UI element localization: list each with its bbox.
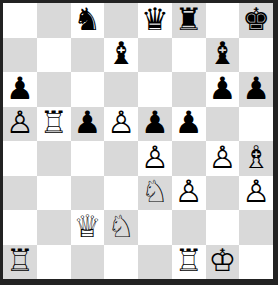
square-a2[interactable] [3,210,37,245]
square-g2[interactable] [206,210,240,245]
black-pawn-piece: ♟ [175,107,203,138]
square-b4[interactable] [37,141,71,176]
square-a3[interactable] [3,176,37,211]
square-c7[interactable] [71,38,105,73]
square-h2[interactable] [239,210,273,245]
square-a1[interactable]: ♖ [3,245,37,280]
square-d7[interactable]: ♝ [104,38,138,73]
square-h3[interactable]: ♙ [239,176,273,211]
white-queen-piece: ♕ [73,211,101,242]
square-b2[interactable] [37,210,71,245]
white-pawn-piece: ♙ [175,176,203,207]
square-f3[interactable]: ♙ [172,176,206,211]
square-b3[interactable] [37,176,71,211]
square-g5[interactable] [206,107,240,142]
square-c2[interactable]: ♕ [71,210,105,245]
square-c8[interactable]: ♞ [71,3,105,38]
square-d4[interactable] [104,141,138,176]
black-pawn-piece: ♟ [6,73,34,104]
square-c6[interactable] [71,72,105,107]
square-e4[interactable]: ♙ [138,141,172,176]
square-c3[interactable] [71,176,105,211]
square-b6[interactable] [37,72,71,107]
black-queen-piece: ♛ [141,4,169,35]
white-pawn-piece: ♙ [6,107,34,138]
square-d3[interactable] [104,176,138,211]
square-e3[interactable]: ♘ [138,176,172,211]
square-a4[interactable] [3,141,37,176]
black-pawn-piece: ♟ [141,107,169,138]
square-d2[interactable]: ♘ [104,210,138,245]
square-d8[interactable] [104,3,138,38]
square-d5[interactable]: ♙ [104,107,138,142]
square-c1[interactable] [71,245,105,280]
square-c5[interactable]: ♟ [71,107,105,142]
white-rook-piece: ♖ [175,245,203,276]
square-a8[interactable] [3,3,37,38]
square-h8[interactable]: ♚ [239,3,273,38]
square-h1[interactable] [239,245,273,280]
square-d6[interactable] [104,72,138,107]
square-h6[interactable]: ♟ [239,72,273,107]
square-a5[interactable]: ♙ [3,107,37,142]
square-f4[interactable] [172,141,206,176]
square-b5[interactable]: ♖ [37,107,71,142]
square-g6[interactable]: ♟ [206,72,240,107]
square-g4[interactable]: ♙ [206,141,240,176]
white-pawn-piece: ♙ [208,142,236,173]
square-e2[interactable] [138,210,172,245]
square-f8[interactable]: ♜ [172,3,206,38]
white-knight-piece: ♘ [107,211,135,242]
white-pawn-piece: ♙ [141,142,169,173]
square-f7[interactable] [172,38,206,73]
black-pawn-piece: ♟ [242,73,270,104]
square-f1[interactable]: ♖ [172,245,206,280]
square-g7[interactable]: ♝ [206,38,240,73]
square-a6[interactable]: ♟ [3,72,37,107]
square-f6[interactable] [172,72,206,107]
square-b7[interactable] [37,38,71,73]
square-h4[interactable]: ♗ [239,141,273,176]
white-rook-piece: ♖ [6,245,34,276]
black-knight-piece: ♞ [73,4,101,35]
square-d1[interactable] [104,245,138,280]
chess-board: ♞♛♜♚♝♝♟♟♟♙♖♟♙♟♟♙♙♗♘♙♙♕♘♖♖♔ [3,3,273,279]
black-rook-piece: ♜ [175,4,203,35]
black-bishop-piece: ♝ [107,38,135,69]
white-king-piece: ♔ [208,245,236,276]
square-e1[interactable] [138,245,172,280]
square-g8[interactable] [206,3,240,38]
square-g3[interactable] [206,176,240,211]
white-bishop-piece: ♗ [242,142,270,173]
square-h5[interactable] [239,107,273,142]
black-king-piece: ♚ [242,4,270,35]
white-pawn-piece: ♙ [242,176,270,207]
black-pawn-piece: ♟ [73,107,101,138]
square-c4[interactable] [71,141,105,176]
white-pawn-piece: ♙ [107,107,135,138]
square-b8[interactable] [37,3,71,38]
square-a7[interactable] [3,38,37,73]
square-b1[interactable] [37,245,71,280]
square-f5[interactable]: ♟ [172,107,206,142]
square-e8[interactable]: ♛ [138,3,172,38]
square-f2[interactable] [172,210,206,245]
square-e7[interactable] [138,38,172,73]
chess-board-frame: ♞♛♜♚♝♝♟♟♟♙♖♟♙♟♟♙♙♗♘♙♙♕♘♖♖♔ [0,0,278,285]
square-e5[interactable]: ♟ [138,107,172,142]
white-knight-piece: ♘ [141,176,169,207]
square-g1[interactable]: ♔ [206,245,240,280]
black-pawn-piece: ♟ [208,73,236,104]
white-rook-piece: ♖ [40,107,68,138]
black-bishop-piece: ♝ [208,38,236,69]
square-e6[interactable] [138,72,172,107]
square-h7[interactable] [239,38,273,73]
